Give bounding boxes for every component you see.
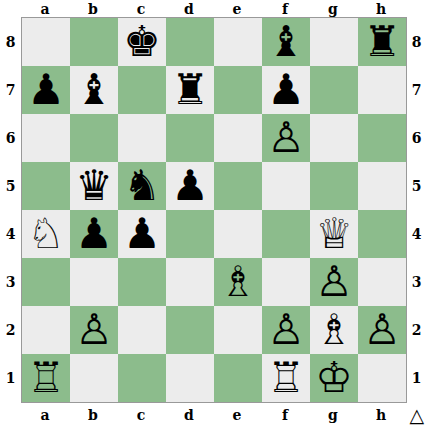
black-pawn[interactable]: ♟ xyxy=(27,66,65,114)
square-e5[interactable] xyxy=(214,162,262,210)
square-h8[interactable]: ♜ xyxy=(358,18,406,66)
square-h4[interactable] xyxy=(358,210,406,258)
square-g2[interactable]: ♗ xyxy=(310,306,358,354)
square-a2[interactable] xyxy=(22,306,70,354)
file-label-e: e xyxy=(213,407,261,423)
black-bishop[interactable]: ♝ xyxy=(75,66,113,114)
white-king[interactable]: ♔ xyxy=(315,354,353,402)
rank-label-1: 1 xyxy=(0,354,21,402)
white-pawn[interactable]: ♙ xyxy=(315,258,353,306)
square-a5[interactable] xyxy=(22,162,70,210)
square-g6[interactable] xyxy=(310,114,358,162)
square-e4[interactable] xyxy=(214,210,262,258)
square-f1[interactable]: ♖ xyxy=(262,354,310,402)
square-e6[interactable] xyxy=(214,114,262,162)
rank-label-1: 1 xyxy=(407,354,426,402)
black-rook[interactable]: ♜ xyxy=(171,66,209,114)
file-labels-bottom: abcdefgh xyxy=(0,403,426,426)
square-h6[interactable] xyxy=(358,114,406,162)
white-pawn[interactable]: ♙ xyxy=(363,306,401,354)
file-label-f: f xyxy=(261,407,309,423)
square-a4[interactable]: ♘ xyxy=(22,210,70,258)
square-g3[interactable]: ♙ xyxy=(310,258,358,306)
square-f6[interactable]: ♙ xyxy=(262,114,310,162)
square-b6[interactable] xyxy=(70,114,118,162)
white-bishop[interactable]: ♗ xyxy=(315,306,353,354)
square-b7[interactable]: ♝ xyxy=(70,66,118,114)
black-bishop[interactable]: ♝ xyxy=(267,18,305,66)
file-label-h: h xyxy=(357,1,405,17)
rank-label-7: 7 xyxy=(0,66,21,114)
square-a8[interactable] xyxy=(22,18,70,66)
square-c2[interactable] xyxy=(118,306,166,354)
square-c6[interactable] xyxy=(118,114,166,162)
square-c5[interactable]: ♞ xyxy=(118,162,166,210)
square-d3[interactable] xyxy=(166,258,214,306)
rank-label-8: 8 xyxy=(0,18,21,66)
square-e3[interactable]: ♗ xyxy=(214,258,262,306)
rank-label-2: 2 xyxy=(0,306,21,354)
black-pawn[interactable]: ♟ xyxy=(123,210,161,258)
square-b3[interactable] xyxy=(70,258,118,306)
square-e1[interactable] xyxy=(214,354,262,402)
file-label-h: h xyxy=(357,407,405,423)
rank-label-6: 6 xyxy=(0,114,21,162)
square-f2[interactable]: ♙ xyxy=(262,306,310,354)
file-label-g: g xyxy=(309,407,357,423)
file-label-g: g xyxy=(309,1,357,17)
black-queen[interactable]: ♛ xyxy=(75,162,113,210)
square-d7[interactable]: ♜ xyxy=(166,66,214,114)
white-pawn[interactable]: ♙ xyxy=(267,114,305,162)
rank-label-3: 3 xyxy=(0,258,21,306)
black-king[interactable]: ♚ xyxy=(123,18,161,66)
black-pawn[interactable]: ♟ xyxy=(267,66,305,114)
square-c3[interactable] xyxy=(118,258,166,306)
rank-label-5: 5 xyxy=(0,162,21,210)
white-rook[interactable]: ♖ xyxy=(267,354,305,402)
rank-label-4: 4 xyxy=(407,210,426,258)
rank-label-4: 4 xyxy=(0,210,21,258)
rank-label-6: 6 xyxy=(407,114,426,162)
chess-diagram: abcdefgh 87654321 ♚♝♜♟♝♜♟♙♛♞♟♘♟♟♕♗♙♙♙♗♙♖… xyxy=(0,0,426,426)
square-e2[interactable] xyxy=(214,306,262,354)
rank-label-2: 2 xyxy=(407,306,426,354)
square-b2[interactable]: ♙ xyxy=(70,306,118,354)
file-label-b: b xyxy=(69,407,117,423)
square-a3[interactable] xyxy=(22,258,70,306)
chess-board: ♚♝♜♟♝♜♟♙♛♞♟♘♟♟♕♗♙♙♙♗♙♖♖♔ xyxy=(21,17,407,403)
square-c4[interactable]: ♟ xyxy=(118,210,166,258)
square-f8[interactable]: ♝ xyxy=(262,18,310,66)
square-d6[interactable] xyxy=(166,114,214,162)
rank-label-7: 7 xyxy=(407,66,426,114)
square-h1[interactable] xyxy=(358,354,406,402)
square-g8[interactable] xyxy=(310,18,358,66)
square-d8[interactable] xyxy=(166,18,214,66)
square-b5[interactable]: ♛ xyxy=(70,162,118,210)
square-g1[interactable]: ♔ xyxy=(310,354,358,402)
square-h2[interactable]: ♙ xyxy=(358,306,406,354)
square-h3[interactable] xyxy=(358,258,406,306)
square-d1[interactable] xyxy=(166,354,214,402)
square-b8[interactable] xyxy=(70,18,118,66)
square-a1[interactable]: ♖ xyxy=(22,354,70,402)
file-label-d: d xyxy=(165,1,213,17)
square-c8[interactable]: ♚ xyxy=(118,18,166,66)
square-g5[interactable] xyxy=(310,162,358,210)
square-d5[interactable]: ♟ xyxy=(166,162,214,210)
square-b1[interactable] xyxy=(70,354,118,402)
square-e8[interactable] xyxy=(214,18,262,66)
square-c7[interactable] xyxy=(118,66,166,114)
square-g7[interactable] xyxy=(310,66,358,114)
square-d2[interactable] xyxy=(166,306,214,354)
file-label-e: e xyxy=(213,1,261,17)
rank-label-3: 3 xyxy=(407,258,426,306)
square-f4[interactable] xyxy=(262,210,310,258)
rank-label-5: 5 xyxy=(407,162,426,210)
square-e7[interactable] xyxy=(214,66,262,114)
white-bishop[interactable]: ♗ xyxy=(219,258,257,306)
black-pawn[interactable]: ♟ xyxy=(171,162,209,210)
white-rook[interactable]: ♖ xyxy=(27,354,65,402)
square-d4[interactable] xyxy=(166,210,214,258)
square-f3[interactable] xyxy=(262,258,310,306)
square-f5[interactable] xyxy=(262,162,310,210)
white-pawn[interactable]: ♙ xyxy=(75,306,113,354)
square-h5[interactable] xyxy=(358,162,406,210)
file-label-c: c xyxy=(117,407,165,423)
rank-labels-left: 87654321 xyxy=(0,17,21,403)
black-rook[interactable]: ♜ xyxy=(363,18,401,66)
square-f7[interactable]: ♟ xyxy=(262,66,310,114)
square-h7[interactable] xyxy=(358,66,406,114)
file-labels-top: abcdefgh xyxy=(0,0,426,17)
white-knight[interactable]: ♘ xyxy=(27,210,65,258)
square-c1[interactable] xyxy=(118,354,166,402)
file-label-b: b xyxy=(69,1,117,17)
file-label-a: a xyxy=(21,407,69,423)
rank-labels-right: 87654321 xyxy=(407,17,426,403)
rank-label-8: 8 xyxy=(407,18,426,66)
file-label-c: c xyxy=(117,1,165,17)
black-knight[interactable]: ♞ xyxy=(123,162,161,210)
square-a7[interactable]: ♟ xyxy=(22,66,70,114)
square-a6[interactable] xyxy=(22,114,70,162)
white-pawn[interactable]: ♙ xyxy=(267,306,305,354)
file-label-f: f xyxy=(261,1,309,17)
square-b4[interactable]: ♟ xyxy=(70,210,118,258)
file-label-a: a xyxy=(21,1,69,17)
black-pawn[interactable]: ♟ xyxy=(75,210,113,258)
white-to-move-indicator: △ xyxy=(409,406,424,425)
file-label-d: d xyxy=(165,407,213,423)
white-queen[interactable]: ♕ xyxy=(315,210,353,258)
square-g4[interactable]: ♕ xyxy=(310,210,358,258)
